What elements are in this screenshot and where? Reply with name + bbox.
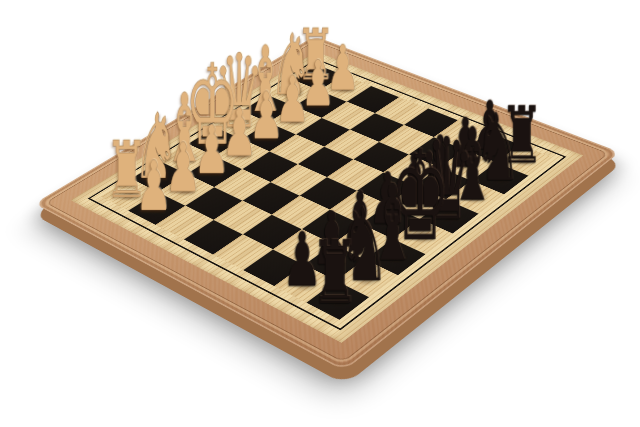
photo-canvas: ♜♞♝♛♚♝♞♜♟♟♟♟♟♟♟♟♟♟♟♟♟♟♟♟♜♞♝♛♚♝♞♜ [0,0,640,427]
chess-board: ♜♞♝♛♚♝♞♜♟♟♟♟♟♟♟♟♟♟♟♟♟♟♟♟♜♞♝♛♚♝♞♜ [34,36,620,371]
scene: ♜♞♝♛♚♝♞♜♟♟♟♟♟♟♟♟♟♟♟♟♟♟♟♟♜♞♝♛♚♝♞♜ [0,0,640,427]
